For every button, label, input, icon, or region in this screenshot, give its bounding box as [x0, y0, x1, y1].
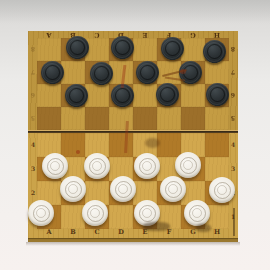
square-a6[interactable]: [37, 84, 61, 107]
black-draughts-man-glyph: ⛂: [71, 39, 81, 53]
photo-scene: ABCDEFGH 88776655 ABCDEFGH 44332211 ⛂⛂⛂⛂…: [0, 0, 270, 270]
black-draughts-man-glyph: ⛂: [208, 43, 218, 57]
black-draughts-man-glyph: ⛂: [116, 39, 126, 53]
piece-white-a1[interactable]: ⛀: [28, 200, 54, 226]
rank-label-8-right: 8: [229, 46, 237, 53]
rank-label-4-left: 4: [29, 141, 37, 148]
rank-label-1-right: 1: [229, 213, 237, 220]
square-h7[interactable]: [205, 61, 229, 84]
piece-black-f6[interactable]: ⛂: [156, 83, 179, 106]
white-draughts-man-glyph: ⛀: [89, 156, 99, 170]
piece-white-e3[interactable]: ⛀: [134, 153, 160, 179]
file-label-h: H: [205, 31, 229, 38]
square-f7[interactable]: [157, 61, 181, 84]
square-f1[interactable]: [157, 205, 181, 229]
piece-white-f2[interactable]: ⛀: [160, 176, 186, 202]
white-draughts-man-glyph: ⛀: [189, 203, 199, 217]
square-b4[interactable]: [61, 133, 85, 157]
file-labels-top: ABCDEFGH: [37, 31, 229, 38]
rank-label-6-right: 6: [229, 92, 237, 99]
white-draughts-man-glyph: ⛀: [139, 203, 149, 217]
piece-black-c7[interactable]: ⛂: [90, 62, 113, 85]
rank-label-6-left: 6: [29, 92, 37, 99]
square-f5[interactable]: [157, 107, 181, 130]
square-f4[interactable]: [157, 133, 181, 157]
piece-black-g7[interactable]: ⛂: [179, 61, 202, 84]
square-a5[interactable]: [37, 107, 61, 130]
file-labels-bottom: ABCDEFGH: [37, 228, 229, 238]
square-b1[interactable]: [61, 205, 85, 229]
square-d1[interactable]: [109, 205, 133, 229]
square-h4[interactable]: [205, 133, 229, 157]
rank-label-5-right: 5: [229, 115, 237, 122]
file-label-e: E: [133, 31, 157, 38]
rank-label-3-right: 3: [229, 165, 237, 172]
piece-black-d8[interactable]: ⛂: [111, 36, 134, 59]
square-a8[interactable]: [37, 38, 61, 61]
white-draughts-man-glyph: ⛀: [180, 155, 190, 169]
white-draughts-man-glyph: ⛀: [87, 203, 97, 217]
rank-label-5-left: 5: [29, 115, 37, 122]
black-draughts-man-glyph: ⛂: [166, 40, 176, 54]
black-draughts-man-glyph: ⛂: [46, 64, 56, 78]
piece-white-e1[interactable]: ⛀: [134, 200, 160, 226]
square-h5[interactable]: [205, 107, 229, 130]
file-label-f: F: [157, 228, 181, 238]
piece-black-b8[interactable]: ⛂: [66, 36, 89, 59]
white-draughts-man-glyph: ⛀: [214, 180, 224, 194]
square-d7[interactable]: [109, 61, 133, 84]
file-label-b: B: [61, 228, 85, 238]
white-draughts-man-glyph: ⛀: [115, 179, 125, 193]
rank-label-7-left: 7: [29, 69, 37, 76]
square-g5[interactable]: [181, 107, 205, 130]
file-label-c: C: [85, 31, 109, 38]
white-draughts-man-glyph: ⛀: [33, 203, 43, 217]
square-b7[interactable]: [61, 61, 85, 84]
square-c8[interactable]: [85, 38, 109, 61]
piece-white-g1[interactable]: ⛀: [184, 200, 210, 226]
piece-black-d6[interactable]: ⛂: [111, 84, 134, 107]
white-draughts-man-glyph: ⛀: [165, 179, 175, 193]
file-label-c: C: [85, 228, 109, 238]
black-draughts-man-glyph: ⛂: [211, 86, 221, 100]
square-g8[interactable]: [181, 38, 205, 61]
file-label-h: H: [205, 228, 229, 238]
rank-label-4-right: 4: [229, 141, 237, 148]
piece-black-b6[interactable]: ⛂: [65, 84, 88, 107]
piece-black-e7[interactable]: ⛂: [136, 61, 159, 84]
white-draughts-man-glyph: ⛀: [65, 179, 75, 193]
black-draughts-man-glyph: ⛂: [184, 64, 194, 78]
piece-white-a3[interactable]: ⛀: [42, 153, 68, 179]
square-d4[interactable]: [109, 133, 133, 157]
piece-white-c1[interactable]: ⛀: [82, 200, 108, 226]
rank-label-8-left: 8: [29, 46, 37, 53]
piece-black-a7[interactable]: ⛂: [41, 61, 64, 84]
file-label-a: A: [37, 31, 61, 38]
board-shadow: [26, 242, 240, 246]
piece-white-d2[interactable]: ⛀: [110, 176, 136, 202]
black-draughts-man-glyph: ⛂: [70, 87, 80, 101]
square-e8[interactable]: [133, 38, 157, 61]
file-label-a: A: [37, 228, 61, 238]
piece-white-b2[interactable]: ⛀: [60, 176, 86, 202]
black-draughts-man-glyph: ⛂: [141, 64, 151, 78]
piece-black-h8[interactable]: ⛂: [203, 40, 226, 63]
rank-label-7-right: 7: [229, 69, 237, 76]
white-draughts-man-glyph: ⛀: [139, 156, 149, 170]
piece-white-c3[interactable]: ⛀: [84, 153, 110, 179]
square-c5[interactable]: [85, 107, 109, 130]
file-label-d: D: [109, 228, 133, 238]
white-draughts-man-glyph: ⛀: [47, 156, 57, 170]
square-e5[interactable]: [133, 107, 157, 130]
black-draughts-man-glyph: ⛂: [161, 86, 171, 100]
square-c6[interactable]: [85, 84, 109, 107]
piece-white-h2[interactable]: ⛀: [209, 177, 235, 203]
piece-white-g3[interactable]: ⛀: [175, 152, 201, 178]
square-g6[interactable]: [181, 84, 205, 107]
piece-black-f8[interactable]: ⛂: [161, 37, 184, 60]
square-b5[interactable]: [61, 107, 85, 130]
black-draughts-man-glyph: ⛂: [95, 65, 105, 79]
rank-label-2-left: 2: [29, 189, 37, 196]
checkers-board: ABCDEFGH 88776655 ABCDEFGH 44332211 ⛂⛂⛂⛂…: [28, 31, 238, 238]
file-label-g: G: [181, 228, 205, 238]
square-e6[interactable]: [133, 84, 157, 107]
rank-label-3-left: 3: [29, 165, 37, 172]
file-label-g: G: [181, 31, 205, 38]
black-draughts-man-glyph: ⛂: [116, 87, 126, 101]
file-label-e: E: [133, 228, 157, 238]
piece-black-h6[interactable]: ⛂: [206, 83, 229, 106]
square-d5[interactable]: [109, 107, 133, 130]
